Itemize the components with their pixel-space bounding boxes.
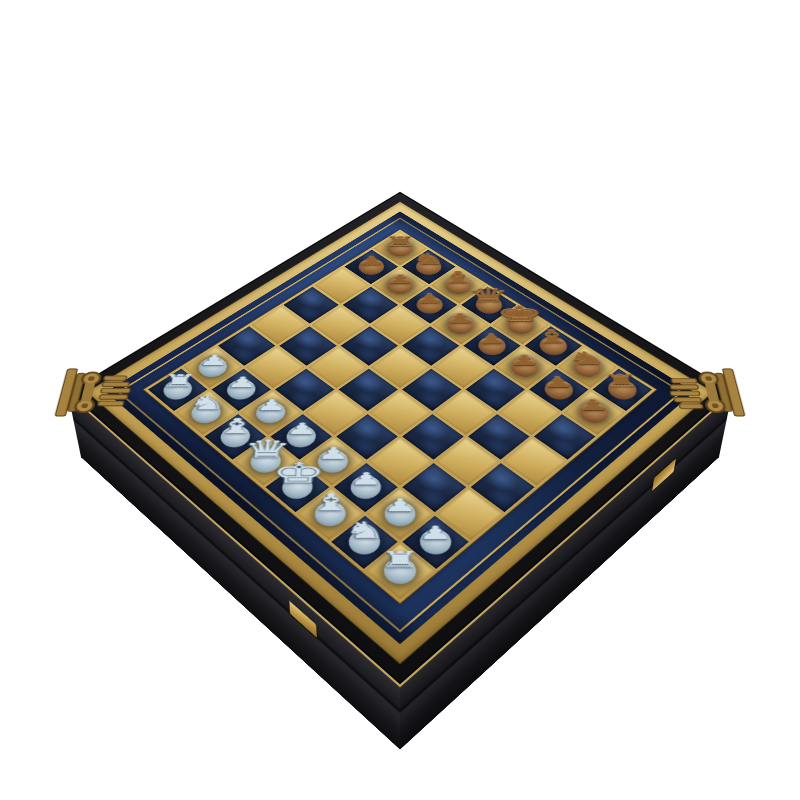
silver-rook-h1[interactable]: ♜ [364, 548, 437, 571]
square-e3[interactable] [336, 414, 397, 459]
square-f1[interactable]: ♝ [298, 488, 363, 539]
silver-pedestal [245, 445, 287, 476]
brass-panel-frame: ♜♞♝♛♚♝♞♜♟♟♟♟♟♟♟♟♟♟♟♟♟♟♟♟♜♞♝♛♚♝♞♜ [87, 202, 712, 663]
square-e2[interactable]: ♟ [302, 438, 365, 485]
silver-pedestal [215, 421, 256, 451]
square-h2[interactable]: ♟ [402, 515, 468, 568]
square-g2[interactable]: ♟ [367, 488, 432, 539]
square-g6[interactable] [499, 390, 559, 434]
square-e1[interactable]: ♚ [266, 462, 330, 511]
square-h4[interactable] [471, 462, 535, 511]
bronze-pawn-c7[interactable]: ♟ [400, 292, 460, 305]
silver-knight-g1[interactable]: ♞ [329, 518, 401, 541]
silver-pedestal [345, 470, 388, 503]
brass-clasp-right[interactable] [652, 458, 677, 492]
silver-pedestal [378, 497, 421, 531]
square-f5[interactable] [434, 390, 494, 434]
square-h6[interactable] [534, 414, 595, 459]
bronze-knight-b8[interactable]: ♞ [400, 251, 458, 266]
square-h3[interactable] [437, 488, 502, 539]
bronze-knight-g8[interactable]: ♞ [554, 349, 619, 367]
bronze-pawn-d7[interactable]: ♟ [430, 311, 491, 324]
bronze-pawn-g7[interactable]: ♟ [525, 374, 590, 389]
silver-pawn-g2[interactable]: ♟ [365, 496, 435, 514]
bronze-bishop-c8[interactable]: ♝ [429, 269, 488, 285]
square-b1[interactable]: ♞ [176, 390, 236, 434]
bronze-pawn-a7[interactable]: ♟ [342, 254, 400, 266]
square-h5[interactable] [503, 438, 566, 485]
square-e4[interactable] [370, 390, 430, 434]
bronze-king-e8[interactable]: ♚ [489, 303, 551, 325]
silver-pawn-h2[interactable]: ♟ [400, 523, 472, 541]
square-f4[interactable] [402, 414, 463, 459]
square-g4[interactable] [436, 438, 499, 485]
bronze-rook-h8[interactable]: ♜ [588, 372, 654, 389]
silver-rook-a1[interactable]: ♜ [146, 372, 212, 389]
silver-pawn-f2[interactable]: ♟ [331, 469, 400, 486]
square-c2[interactable]: ♟ [241, 390, 301, 434]
chess-set-photo: ♜♞♝♛♚♝♞♜♟♟♟♟♟♟♟♟♟♟♟♟♟♟♟♟♜♞♝♛♚♝♞♜ [0, 0, 800, 800]
square-d2[interactable]: ♟ [271, 414, 332, 459]
silver-pedestal [312, 445, 354, 476]
square-c1[interactable]: ♝ [205, 414, 266, 459]
square-f3[interactable] [369, 438, 432, 485]
bronze-bishop-f8[interactable]: ♝ [521, 327, 584, 345]
silver-pawn-c2[interactable]: ♟ [238, 397, 304, 412]
silver-queen-d1[interactable]: ♛ [232, 436, 301, 460]
silver-pedestal [377, 552, 422, 589]
square-h7[interactable]: ♟ [564, 390, 624, 434]
silver-pawn-b2[interactable]: ♟ [209, 374, 274, 389]
square-g1[interactable]: ♞ [331, 515, 397, 568]
silver-pedestal [413, 524, 457, 559]
square-d3[interactable] [305, 390, 365, 434]
silver-pawn-d2[interactable]: ♟ [268, 420, 335, 436]
silver-bishop-f1[interactable]: ♝ [295, 490, 366, 513]
brass-clasp-front[interactable] [289, 600, 318, 639]
bronze-pawn-h7[interactable]: ♟ [560, 397, 627, 412]
bronze-pawn-f7[interactable]: ♟ [492, 352, 556, 366]
silver-knight-b1[interactable]: ♞ [174, 393, 241, 412]
blue-metal-panel: ♜♞♝♛♚♝♞♜♟♟♟♟♟♟♟♟♟♟♟♟♟♟♟♟♜♞♝♛♚♝♞♜ [106, 211, 694, 644]
silver-pedestal [342, 524, 386, 559]
square-g3[interactable] [402, 462, 466, 511]
square-g5[interactable] [468, 414, 529, 459]
square-f2[interactable]: ♟ [334, 462, 398, 511]
silver-pawn-a2[interactable]: ♟ [182, 352, 247, 366]
silver-pedestal [281, 421, 322, 451]
bronze-rook-a8[interactable]: ♜ [372, 234, 429, 248]
silver-pawn-e2[interactable]: ♟ [299, 444, 367, 460]
square-d1[interactable]: ♛ [235, 438, 298, 485]
silver-pedestal [309, 497, 352, 531]
bronze-pawn-e7[interactable]: ♟ [460, 331, 522, 345]
silver-pedestal [276, 470, 319, 503]
silver-bishop-c1[interactable]: ♝ [202, 415, 270, 436]
silver-king-e1[interactable]: ♚ [263, 459, 333, 487]
square-h1[interactable]: ♜ [366, 543, 434, 598]
wooden-case-top: ♜♞♝♛♚♝♞♜♟♟♟♟♟♟♟♟♟♟♟♟♟♟♟♟♜♞♝♛♚♝♞♜ [68, 192, 733, 685]
bronze-pawn-b7[interactable]: ♟ [371, 273, 430, 285]
